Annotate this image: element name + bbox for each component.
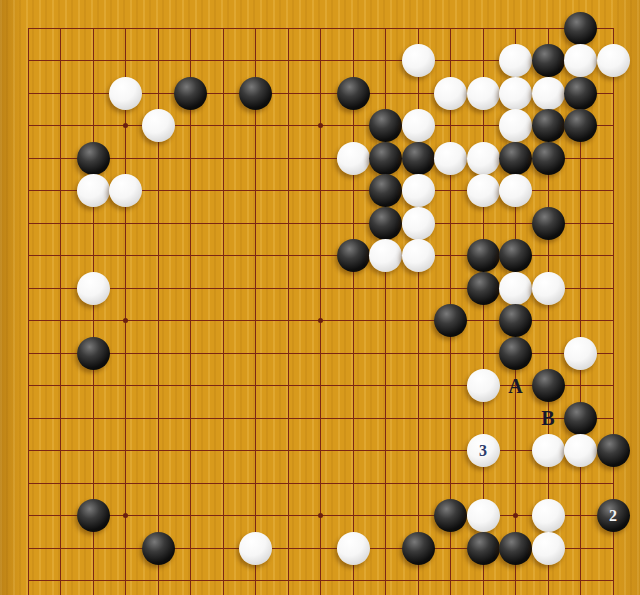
white-stone[interactable] [239, 532, 272, 565]
white-stone[interactable] [532, 434, 565, 467]
screenshot: 32AB [0, 0, 640, 595]
white-stone[interactable] [467, 174, 500, 207]
white-stone[interactable] [532, 272, 565, 305]
move-number-label: 3 [479, 443, 487, 459]
white-stone[interactable] [499, 44, 532, 77]
black-stone[interactable] [369, 207, 402, 240]
white-stone[interactable] [499, 174, 532, 207]
black-stone[interactable] [532, 207, 565, 240]
black-stone[interactable] [467, 532, 500, 565]
white-stone[interactable] [532, 499, 565, 532]
grid-line-vertical [320, 28, 321, 595]
black-stone[interactable] [77, 499, 110, 532]
point-label-B[interactable]: B [532, 402, 565, 435]
white-stone[interactable] [434, 77, 467, 110]
white-stone[interactable] [434, 142, 467, 175]
star-point [513, 513, 518, 518]
white-stone[interactable] [77, 272, 110, 305]
black-stone[interactable] [564, 12, 597, 45]
white-stone[interactable] [597, 44, 630, 77]
black-stone[interactable] [532, 44, 565, 77]
white-stone[interactable] [109, 77, 142, 110]
grid-line-vertical [125, 28, 126, 595]
white-stone[interactable] [564, 434, 597, 467]
black-stone[interactable] [499, 239, 532, 272]
white-stone[interactable] [467, 499, 500, 532]
black-stone[interactable] [369, 174, 402, 207]
black-stone[interactable] [532, 109, 565, 142]
white-stone[interactable] [337, 142, 370, 175]
grid-line-vertical [288, 28, 289, 595]
black-stone[interactable] [402, 142, 435, 175]
black-stone[interactable] [369, 109, 402, 142]
white-stone[interactable] [499, 109, 532, 142]
black-stone[interactable] [77, 337, 110, 370]
black-stone[interactable] [499, 142, 532, 175]
star-point [318, 123, 323, 128]
white-stone[interactable] [532, 77, 565, 110]
move-number-label: 2 [609, 508, 617, 524]
black-stone[interactable] [499, 337, 532, 370]
white-stone[interactable] [499, 272, 532, 305]
white-stone[interactable] [402, 207, 435, 240]
white-stone[interactable] [142, 109, 175, 142]
white-stone[interactable] [564, 337, 597, 370]
black-stone[interactable] [337, 239, 370, 272]
black-stone[interactable] [532, 369, 565, 402]
white-stone[interactable] [402, 239, 435, 272]
black-stone[interactable] [77, 142, 110, 175]
black-stone[interactable] [499, 304, 532, 337]
black-stone[interactable] [532, 142, 565, 175]
grid-line-vertical [255, 28, 256, 595]
grid-line-vertical [60, 28, 61, 595]
white-stone[interactable] [369, 239, 402, 272]
black-stone[interactable] [499, 532, 532, 565]
grid-line-horizontal [28, 483, 613, 484]
black-stone[interactable]: 2 [597, 499, 630, 532]
black-stone[interactable] [467, 239, 500, 272]
black-stone[interactable] [564, 77, 597, 110]
white-stone[interactable] [564, 44, 597, 77]
star-point [318, 318, 323, 323]
grid-line-vertical [353, 28, 354, 595]
black-stone[interactable] [337, 77, 370, 110]
white-stone[interactable]: 3 [467, 434, 500, 467]
grid-line-vertical [223, 28, 224, 595]
black-stone[interactable] [142, 532, 175, 565]
black-stone[interactable] [564, 109, 597, 142]
black-stone[interactable] [434, 499, 467, 532]
white-stone[interactable] [532, 532, 565, 565]
grid-line-horizontal [28, 418, 613, 419]
white-stone[interactable] [402, 174, 435, 207]
black-stone[interactable] [174, 77, 207, 110]
grid-line-vertical [28, 28, 29, 595]
black-stone[interactable] [597, 434, 630, 467]
white-stone[interactable] [109, 174, 142, 207]
grid-line-horizontal [28, 580, 613, 581]
white-stone[interactable] [467, 142, 500, 175]
black-stone[interactable] [564, 402, 597, 435]
white-stone[interactable] [337, 532, 370, 565]
white-stone[interactable] [467, 77, 500, 110]
star-point [123, 123, 128, 128]
grid-line-vertical [190, 28, 191, 595]
black-stone[interactable] [369, 142, 402, 175]
white-stone[interactable] [499, 77, 532, 110]
black-stone[interactable] [239, 77, 272, 110]
white-stone[interactable] [402, 44, 435, 77]
black-stone[interactable] [467, 272, 500, 305]
black-stone[interactable] [402, 532, 435, 565]
star-point [318, 513, 323, 518]
black-stone[interactable] [434, 304, 467, 337]
star-point [123, 318, 128, 323]
white-stone[interactable] [467, 369, 500, 402]
white-stone[interactable] [402, 109, 435, 142]
grid-line-horizontal [28, 450, 613, 451]
white-stone[interactable] [77, 174, 110, 207]
go-board[interactable]: 32AB [0, 0, 640, 595]
star-point [123, 513, 128, 518]
point-label-A[interactable]: A [499, 369, 532, 402]
